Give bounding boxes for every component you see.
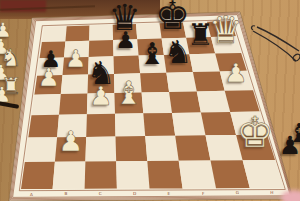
photo-of-chess-game: ABCDEFGH ♚♛♛♜♟♞♝♟♟♟♞♟♝♟♚♟♟♟♞♟♜♟♝♟ bbox=[0, 0, 300, 201]
eyeglasses bbox=[0, 0, 300, 201]
